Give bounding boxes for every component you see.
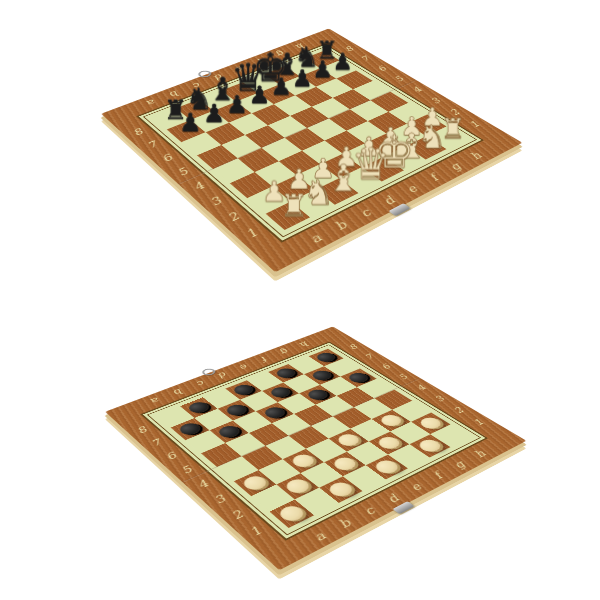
checkers-board: abcdefghabcdefgh8765432187654321 [105,327,526,571]
product-photo-canvas: abcdefghabcdefgh8765432187654321♜♞♝♛♚♝♞♜… [0,0,600,600]
piece-black-pawn-a7[interactable]: ♟ [177,111,205,134]
chess-board: abcdefghabcdefgh8765432187654321♜♞♝♛♚♝♞♜… [101,29,522,273]
chess-board-scene: abcdefghabcdefgh8765432187654321♜♞♝♛♚♝♞♜… [157,0,457,278]
checker-white-man-c1[interactable] [325,480,357,500]
piece-white-rook-a1[interactable]: ♜ [278,192,310,220]
checkers-board-scene: abcdefghabcdefgh8765432187654321 [161,276,461,576]
checker-white-man-b2[interactable] [282,476,314,495]
